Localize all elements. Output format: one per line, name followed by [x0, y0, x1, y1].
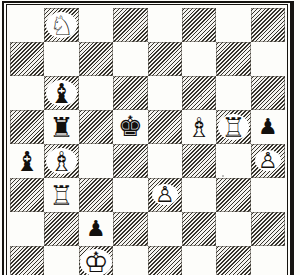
square-b2[interactable] — [44, 212, 78, 246]
square-d7[interactable] — [113, 42, 147, 76]
white-pawn-icon: ♙ — [155, 184, 175, 206]
square-e8[interactable] — [148, 8, 182, 42]
square-g1[interactable] — [216, 246, 250, 275]
square-d3[interactable] — [113, 178, 147, 212]
square-b7[interactable] — [44, 42, 78, 76]
square-b1[interactable] — [44, 246, 78, 275]
square-d5[interactable]: ♚ — [113, 110, 147, 144]
square-g6[interactable] — [216, 76, 250, 110]
square-c7[interactable] — [79, 42, 113, 76]
square-e6[interactable] — [148, 76, 182, 110]
square-a2[interactable] — [10, 212, 44, 246]
square-d4[interactable] — [113, 144, 147, 178]
square-f7[interactable] — [182, 42, 216, 76]
black-king-icon: ♚ — [118, 113, 143, 141]
square-h4[interactable]: ♙ — [251, 144, 285, 178]
square-c6[interactable] — [79, 76, 113, 110]
square-g8[interactable] — [216, 8, 250, 42]
square-c2[interactable]: ♟ — [79, 212, 113, 246]
square-f3[interactable] — [182, 178, 216, 212]
square-g3[interactable] — [216, 178, 250, 212]
square-c3[interactable] — [79, 178, 113, 212]
square-g2[interactable] — [216, 212, 250, 246]
black-bishop-icon: ♝ — [49, 80, 73, 107]
square-e5[interactable] — [148, 110, 182, 144]
white-rook-icon: ♖ — [49, 182, 73, 209]
square-b4[interactable]: ♗ — [44, 144, 78, 178]
square-a1[interactable] — [10, 246, 44, 275]
square-b8[interactable]: ♘ — [44, 8, 78, 42]
square-h2[interactable] — [251, 212, 285, 246]
square-e7[interactable] — [148, 42, 182, 76]
square-h3[interactable] — [251, 178, 285, 212]
square-c4[interactable] — [79, 144, 113, 178]
black-rook-icon: ♜ — [49, 114, 73, 141]
square-g7[interactable] — [216, 42, 250, 76]
square-b6[interactable]: ♝ — [44, 76, 78, 110]
square-c5[interactable] — [79, 110, 113, 144]
square-a3[interactable] — [10, 178, 44, 212]
square-e3[interactable]: ♙ — [148, 178, 182, 212]
black-bishop-icon: ♝ — [15, 148, 39, 175]
square-f1[interactable] — [182, 246, 216, 275]
newspaper-chess-diagram: ♘♝♜♚♗♖♟♝♗♙♖♙♟♔ — [0, 0, 300, 275]
square-f8[interactable] — [182, 8, 216, 42]
white-knight-icon: ♘ — [49, 12, 73, 39]
square-e1[interactable] — [148, 246, 182, 275]
square-b3[interactable]: ♖ — [44, 178, 78, 212]
black-pawn-icon: ♟ — [86, 218, 106, 240]
square-h5[interactable]: ♟ — [251, 110, 285, 144]
square-d8[interactable] — [113, 8, 147, 42]
square-c1[interactable]: ♔ — [79, 246, 113, 275]
square-h7[interactable] — [251, 42, 285, 76]
black-pawn-icon: ♟ — [258, 116, 278, 138]
square-f2[interactable] — [182, 212, 216, 246]
square-a4[interactable]: ♝ — [10, 144, 44, 178]
square-g4[interactable] — [216, 144, 250, 178]
square-a5[interactable] — [10, 110, 44, 144]
chess-board: ♘♝♜♚♗♖♟♝♗♙♖♙♟♔ — [10, 8, 285, 275]
square-b5[interactable]: ♜ — [44, 110, 78, 144]
board-frame-outer-rule: ♘♝♜♚♗♖♟♝♗♙♖♙♟♔ — [2, 1, 294, 275]
square-d6[interactable] — [113, 76, 147, 110]
square-h1[interactable] — [251, 246, 285, 275]
print-speck — [200, 95, 202, 97]
white-bishop-icon: ♗ — [49, 148, 73, 175]
square-e2[interactable] — [148, 212, 182, 246]
square-f4[interactable] — [182, 144, 216, 178]
white-rook-icon: ♖ — [221, 114, 245, 141]
white-bishop-icon: ♗ — [187, 114, 211, 141]
square-h8[interactable] — [251, 8, 285, 42]
square-g5[interactable]: ♖ — [216, 110, 250, 144]
square-h6[interactable] — [251, 76, 285, 110]
board-frame-inner-rule: ♘♝♜♚♗♖♟♝♗♙♖♙♟♔ — [6, 4, 288, 275]
square-d2[interactable] — [113, 212, 147, 246]
square-f5[interactable]: ♗ — [182, 110, 216, 144]
square-e4[interactable] — [148, 144, 182, 178]
square-a8[interactable] — [10, 8, 44, 42]
print-speck — [222, 175, 224, 177]
square-a6[interactable] — [10, 76, 44, 110]
square-c8[interactable] — [79, 8, 113, 42]
white-king-icon: ♔ — [83, 249, 108, 275]
white-pawn-icon: ♙ — [258, 150, 278, 172]
square-a7[interactable] — [10, 42, 44, 76]
square-d1[interactable] — [113, 246, 147, 275]
square-f6[interactable] — [182, 76, 216, 110]
